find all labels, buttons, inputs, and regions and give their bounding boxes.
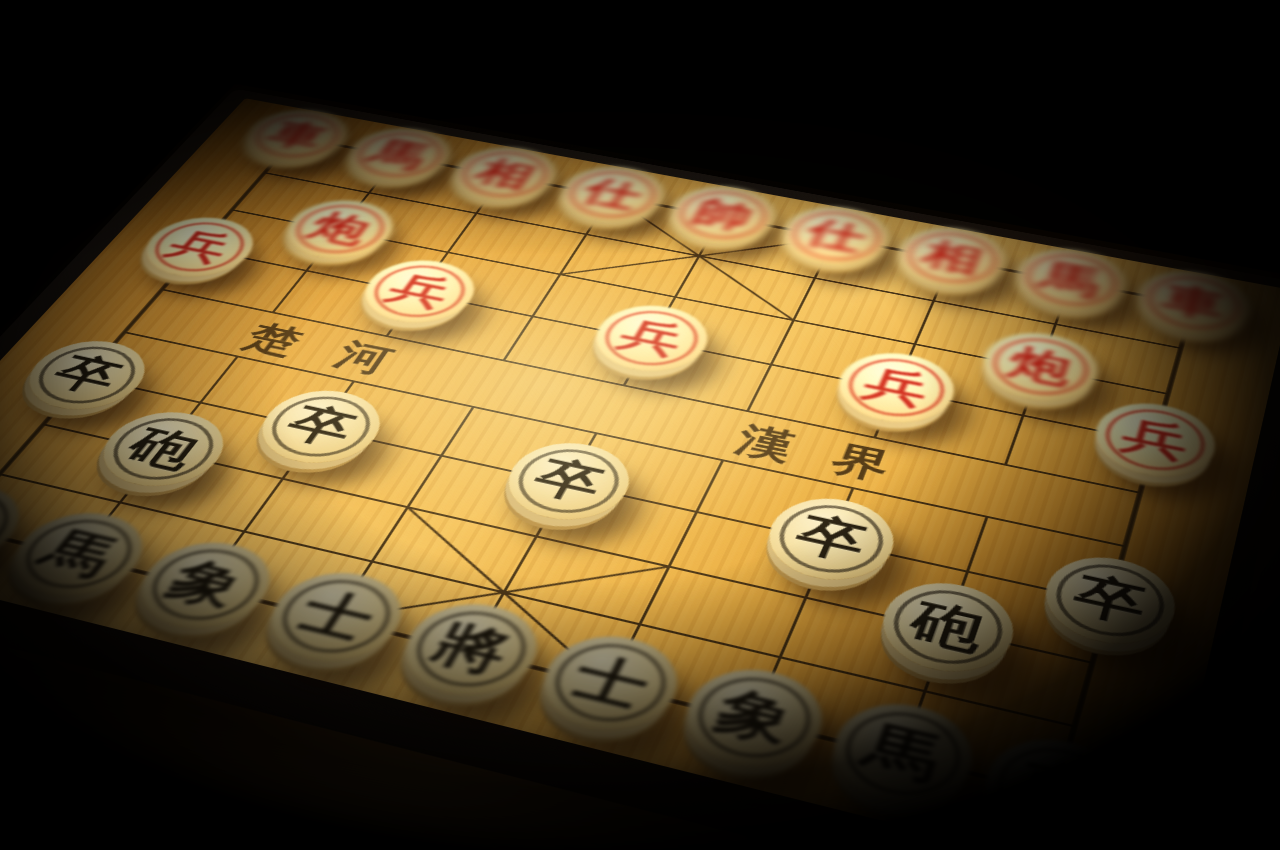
piece-character: 士 xyxy=(290,584,384,645)
piece-character: 兵 xyxy=(1118,413,1193,464)
piece-red-soldier: 兵 xyxy=(826,344,965,432)
piece-character: 仕 xyxy=(578,174,649,212)
piece-black-chariot: 車 xyxy=(973,726,1138,850)
piece-character: 兵 xyxy=(161,225,240,266)
piece-black-advisor: 士 xyxy=(525,624,695,742)
piece-character: 車 xyxy=(1012,753,1103,824)
piece-black-soldier: 卒 xyxy=(1035,546,1185,655)
piece-character: 卒 xyxy=(45,350,131,397)
piece-character: 將 xyxy=(425,616,518,679)
piece-black-general: 將 xyxy=(386,592,557,706)
piece-character: 象 xyxy=(160,554,254,613)
piece-character: 卒 xyxy=(790,509,873,565)
piece-character: 砲 xyxy=(906,595,991,656)
piece-black-soldier: 卒 xyxy=(755,488,907,591)
piece-character: 仕 xyxy=(801,215,872,255)
piece-character: 帥 xyxy=(688,194,759,233)
piece-character: 炮 xyxy=(1004,342,1078,389)
piece-character: 馬 xyxy=(1037,257,1107,299)
piece-red-cannon: 炮 xyxy=(270,192,409,265)
piece-character: 馬 xyxy=(365,135,437,172)
piece-black-cannon: 砲 xyxy=(869,571,1025,683)
piece-character: 象 xyxy=(709,682,801,749)
piece-character: 砲 xyxy=(120,422,208,473)
piece-character: 相 xyxy=(918,236,988,277)
piece-black-soldier: 卒 xyxy=(243,381,399,472)
piece-black-cannon: 砲 xyxy=(82,402,244,496)
piece-red-soldier: 兵 xyxy=(128,210,272,285)
piece-character: 士 xyxy=(565,649,658,714)
piece-red-soldier: 兵 xyxy=(581,297,722,380)
piece-character: 車 xyxy=(0,495,4,550)
piece-character: 卒 xyxy=(279,400,364,450)
piece-character: 卒 xyxy=(1070,569,1152,629)
pieces-layer: 車馬相仕帥仕相馬車炮炮兵兵兵兵兵卒卒卒卒卒砲砲車馬象士將士象馬車 xyxy=(0,98,1280,850)
piece-character: 馬 xyxy=(858,717,949,786)
piece-character: 炮 xyxy=(303,208,379,248)
piece-character: 卒 xyxy=(527,453,612,506)
piece-red-soldier: 兵 xyxy=(348,252,491,331)
piece-black-elephant: 象 xyxy=(670,657,838,779)
piece-black-elephant: 象 xyxy=(119,531,291,639)
piece-red-soldier: 兵 xyxy=(1086,394,1223,487)
xiangqi-board: 楚河 漢界 車馬相仕帥仕相馬車炮炮兵兵兵兵兵卒卒卒卒卒砲砲車馬象士將士象馬車 xyxy=(0,98,1280,850)
piece-red-cannon: 炮 xyxy=(973,324,1107,410)
piece-black-horse: 馬 xyxy=(819,691,986,817)
photo-scene: 楚河 漢界 車馬相仕帥仕相馬車炮炮兵兵兵兵兵卒卒卒卒卒砲砲車馬象士將士象馬車 xyxy=(0,0,1280,850)
piece-black-soldier: 卒 xyxy=(8,332,165,418)
piece-character: 馬 xyxy=(33,524,128,581)
piece-character: 兵 xyxy=(859,362,935,410)
scene-3d: 楚河 漢界 車馬相仕帥仕相馬車炮炮兵兵兵兵兵卒卒卒卒卒砲砲車馬象士將士象馬車 xyxy=(0,0,1280,850)
piece-black-advisor: 士 xyxy=(250,561,421,672)
